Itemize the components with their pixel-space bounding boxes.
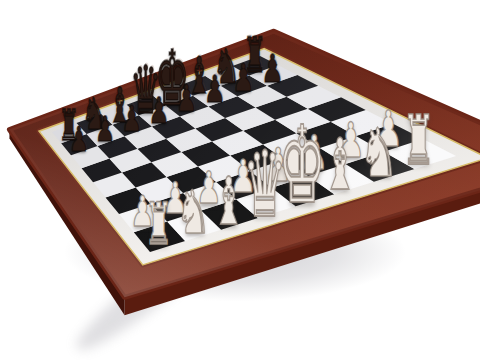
- pawn-glyph: ♟: [122, 102, 143, 138]
- pawn-glyph: ♟: [176, 82, 197, 119]
- knight-glyph: ♞: [176, 184, 211, 244]
- pawn-glyph: ♟: [232, 60, 254, 98]
- rook-glyph: ♜: [403, 107, 435, 175]
- rook-glyph: ♜: [145, 197, 172, 255]
- bishop-glyph: ♝: [213, 168, 245, 234]
- pawn-glyph: ♟: [261, 49, 283, 88]
- pawn-glyph: ♟: [204, 71, 226, 108]
- pawn-glyph: ♟: [148, 92, 169, 128]
- chess-3d-render-scene: ♜♟♞♟♝♚♟♛♟♝♟♞♟♜♟♟♟♟♜♟♞♟♝♟♚♟♛♟♝♟♞♜: [0, 0, 480, 360]
- queen-glyph: ♛: [243, 138, 286, 229]
- knight-glyph: ♞: [359, 120, 398, 187]
- pawn-glyph: ♟: [69, 122, 89, 156]
- bishop-glyph: ♝: [323, 130, 357, 201]
- pawn-glyph: ♟: [95, 112, 115, 147]
- pieces-layer: ♜♟♞♟♝♚♟♛♟♝♟♞♟♜♟♟♟♟♜♟♞♟♝♟♚♟♛♟♝♟♞♜: [0, 0, 480, 360]
